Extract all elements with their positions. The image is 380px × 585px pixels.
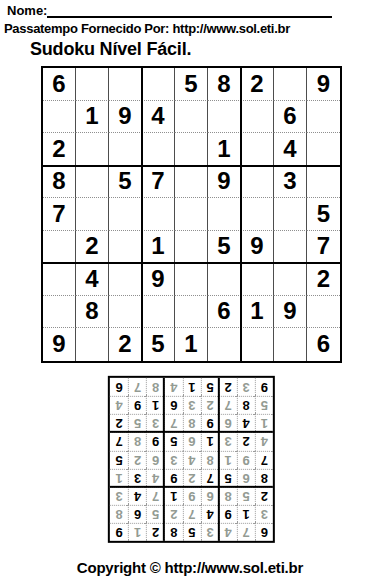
puzzle-cell-r2c6[interactable] (208, 101, 241, 134)
puzzle-cell-r5c4[interactable] (142, 198, 175, 231)
puzzle-cell-r7c9: 2 (307, 263, 340, 296)
solution-cell-r4c2: 6 (237, 468, 255, 486)
puzzle-cell-r6c1[interactable] (43, 231, 76, 264)
puzzle-cell-r3c4[interactable] (142, 133, 175, 166)
name-input-line[interactable] (47, 1, 332, 18)
puzzle-cell-r3c5[interactable] (175, 133, 208, 166)
puzzle-cell-r3c6: 1 (208, 133, 241, 166)
name-row: Nome: (7, 1, 332, 18)
box-divider-vertical (141, 68, 143, 361)
copyright-text: Copyright © http://www.sol.eti.br (0, 559, 380, 576)
puzzle-cell-r5c5[interactable] (175, 198, 208, 231)
solution-cell-r8c1: 5 (255, 396, 273, 414)
puzzle-cell-r8c4[interactable] (142, 296, 175, 329)
puzzle-cell-r5c1: 7 (43, 198, 76, 231)
puzzle-cell-r6c5[interactable] (175, 231, 208, 264)
puzzle-cell-r1c3[interactable] (109, 68, 142, 101)
solution-cell-r7c4: 9 (200, 414, 218, 432)
solution-board: 6743582193194725682586917438657294317918… (108, 376, 275, 543)
solution-cell-r6c3: 3 (219, 432, 237, 450)
solution-cell-r1c8: 1 (128, 523, 146, 541)
solution-cell-r1c3: 4 (219, 523, 237, 541)
solution-cell-r2c1: 3 (255, 505, 273, 523)
box-divider-horizontal (110, 486, 273, 488)
puzzle-cell-r4c7[interactable] (241, 166, 274, 199)
puzzle-cell-r9c3: 2 (109, 328, 142, 361)
puzzle-cell-r3c1: 2 (43, 133, 76, 166)
solution-cell-r4c9: 1 (110, 468, 128, 486)
puzzle-cell-r5c6[interactable] (208, 198, 241, 231)
solution-cell-r5c1: 7 (255, 450, 273, 468)
solution-cell-r4c4: 7 (200, 468, 218, 486)
puzzle-cell-r2c8: 6 (274, 101, 307, 134)
puzzle-cell-r1c8[interactable] (274, 68, 307, 101)
box-divider-horizontal (43, 262, 340, 264)
puzzle-cell-r9c9: 6 (307, 328, 340, 361)
puzzle-cell-r5c3[interactable] (109, 198, 142, 231)
solution-cell-r5c7: 6 (146, 450, 164, 468)
solution-cell-r6c2: 2 (237, 432, 255, 450)
puzzle-cell-r7c7[interactable] (241, 263, 274, 296)
solution-cell-r7c2: 4 (237, 414, 255, 432)
solution-cell-r9c7: 8 (146, 378, 164, 396)
puzzle-cell-r1c6: 8 (208, 68, 241, 101)
puzzle-cell-r2c7[interactable] (241, 101, 274, 134)
solution-cell-r9c9: 6 (110, 378, 128, 396)
solution-cell-r7c1: 1 (255, 414, 273, 432)
solution-cell-r3c3: 8 (219, 487, 237, 505)
puzzle-cell-r3c8: 4 (274, 133, 307, 166)
solution-cell-r7c6: 7 (164, 414, 182, 432)
solution-cell-r5c9: 5 (110, 450, 128, 468)
puzzle-cell-r9c8[interactable] (274, 328, 307, 361)
puzzle-cell-r1c4[interactable] (142, 68, 175, 101)
box-divider-vertical (163, 378, 165, 541)
solution-cell-r6c5: 6 (182, 432, 200, 450)
solution-cell-r7c8: 5 (128, 414, 146, 432)
puzzle-cell-r3c7[interactable] (241, 133, 274, 166)
puzzle-board: 658291946214857937521597492861992516 (41, 66, 342, 363)
solution-cell-r4c3: 5 (219, 468, 237, 486)
solution-cell-r3c7: 7 (146, 487, 164, 505)
puzzle-cell-r9c6[interactable] (208, 328, 241, 361)
solution-cell-r7c3: 6 (219, 414, 237, 432)
solution-cell-r8c5: 3 (182, 396, 200, 414)
solution-cell-r1c9: 9 (110, 523, 128, 541)
solution-cell-r2c4: 4 (200, 505, 218, 523)
puzzle-cell-r7c4: 9 (142, 263, 175, 296)
solution-cell-r4c6: 9 (164, 468, 182, 486)
puzzle-cell-r4c8: 3 (274, 166, 307, 199)
puzzle-cell-r6c8[interactable] (274, 231, 307, 264)
solution-cell-r6c7: 9 (146, 432, 164, 450)
solution-cell-r8c9: 4 (110, 396, 128, 414)
solution-cell-r4c8: 3 (128, 468, 146, 486)
puzzle-cell-r6c6: 5 (208, 231, 241, 264)
solution-cell-r8c8: 9 (128, 396, 146, 414)
solution-cell-r5c5: 4 (182, 450, 200, 468)
box-divider-horizontal (43, 165, 340, 167)
puzzle-cell-r7c1[interactable] (43, 263, 76, 296)
solution-cell-r3c2: 5 (237, 487, 255, 505)
solution-cell-r7c9: 2 (110, 414, 128, 432)
solution-cell-r8c3: 7 (219, 396, 237, 414)
puzzle-cell-r4c9[interactable] (307, 166, 340, 199)
puzzle-cell-r2c3: 9 (109, 101, 142, 134)
solution-cell-r6c9: 7 (110, 432, 128, 450)
puzzle-cell-r6c9: 7 (307, 231, 340, 264)
solution-cell-r6c1: 4 (255, 432, 273, 450)
solution-cell-r4c5: 2 (182, 468, 200, 486)
puzzle-cell-r1c5: 5 (175, 68, 208, 101)
puzzle-cell-r2c4: 4 (142, 101, 175, 134)
solution-cell-r6c6: 5 (164, 432, 182, 450)
page-title: Sudoku Nível Fácil. (30, 39, 191, 60)
puzzle-cell-r6c4: 1 (142, 231, 175, 264)
solution-cell-r5c6: 3 (164, 450, 182, 468)
puzzle-cell-r8c6: 6 (208, 296, 241, 329)
puzzle-cell-r8c2: 8 (76, 296, 109, 329)
provided-by-text: Passatempo Fornecido Por: http://www.sol… (4, 21, 290, 36)
puzzle-cell-r9c4: 5 (142, 328, 175, 361)
solution-cell-r1c5: 5 (182, 523, 200, 541)
solution-cell-r2c9: 8 (110, 505, 128, 523)
puzzle-cell-r9c5: 1 (175, 328, 208, 361)
puzzle-cell-r3c2[interactable] (76, 133, 109, 166)
puzzle-cell-r7c6[interactable] (208, 263, 241, 296)
puzzle-cell-r7c8[interactable] (274, 263, 307, 296)
puzzle-cell-r5c7[interactable] (241, 198, 274, 231)
puzzle-cell-r4c3: 5 (109, 166, 142, 199)
puzzle-cell-r1c9: 9 (307, 68, 340, 101)
puzzle-cell-r7c3[interactable] (109, 263, 142, 296)
puzzle-cell-r1c7: 2 (241, 68, 274, 101)
solution-cell-r3c8: 4 (128, 487, 146, 505)
solution-cell-r5c4: 8 (200, 450, 218, 468)
solution-cell-r2c2: 1 (237, 505, 255, 523)
name-label: Nome: (7, 3, 47, 18)
solution-cell-r8c4: 2 (200, 396, 218, 414)
puzzle-cell-r5c8[interactable] (274, 198, 307, 231)
puzzle-cell-r1c1: 6 (43, 68, 76, 101)
puzzle-cell-r8c5[interactable] (175, 296, 208, 329)
solution-cell-r4c1: 8 (255, 468, 273, 486)
puzzle-cell-r5c2[interactable] (76, 198, 109, 231)
solution-cell-r9c2: 3 (237, 378, 255, 396)
solution-cell-r1c1: 6 (255, 523, 273, 541)
box-divider-vertical (240, 68, 242, 361)
puzzle-cell-r2c1[interactable] (43, 101, 76, 134)
solution-cell-r2c6: 2 (164, 505, 182, 523)
puzzle-cell-r9c1: 9 (43, 328, 76, 361)
puzzle-cell-r4c2[interactable] (76, 166, 109, 199)
solution-cell-r9c1: 9 (255, 378, 273, 396)
puzzle-cell-r4c5[interactable] (175, 166, 208, 199)
puzzle-cell-r7c5[interactable] (175, 263, 208, 296)
solution-cell-r5c3: 1 (219, 450, 237, 468)
puzzle-cell-r2c9[interactable] (307, 101, 340, 134)
solution-cell-r2c7: 5 (146, 505, 164, 523)
puzzle-cell-r2c5[interactable] (175, 101, 208, 134)
solution-cell-r6c4: 1 (200, 432, 218, 450)
puzzle-cell-r1c2[interactable] (76, 68, 109, 101)
puzzle-cell-r8c7: 1 (241, 296, 274, 329)
puzzle-cell-r3c9[interactable] (307, 133, 340, 166)
solution-cell-r8c7: 1 (146, 396, 164, 414)
puzzle-cell-r9c2[interactable] (76, 328, 109, 361)
solution-cell-r1c2: 7 (237, 523, 255, 541)
puzzle-cell-r9c7[interactable] (241, 328, 274, 361)
box-divider-vertical (218, 378, 220, 541)
puzzle-cell-r3c3[interactable] (109, 133, 142, 166)
solution-cell-r5c2: 9 (237, 450, 255, 468)
puzzle-cell-r4c1: 8 (43, 166, 76, 199)
solution-cell-r3c6: 1 (164, 487, 182, 505)
solution-cell-r8c6: 6 (164, 396, 182, 414)
solution-cell-r5c8: 2 (128, 450, 146, 468)
solution-cell-r7c7: 3 (146, 414, 164, 432)
solution-cell-r3c9: 3 (110, 487, 128, 505)
solution-cell-r4c7: 4 (146, 468, 164, 486)
solution-cell-r1c6: 8 (164, 523, 182, 541)
puzzle-cell-r4c4: 7 (142, 166, 175, 199)
solution-cell-r3c1: 2 (255, 487, 273, 505)
solution-cell-r9c6: 4 (164, 378, 182, 396)
box-divider-horizontal (110, 431, 273, 433)
solution-cell-r2c3: 9 (219, 505, 237, 523)
solution-cell-r9c3: 2 (219, 378, 237, 396)
puzzle-cell-r4c6: 9 (208, 166, 241, 199)
puzzle-cell-r8c9[interactable] (307, 296, 340, 329)
puzzle-cell-r7c2: 4 (76, 263, 109, 296)
solution-cell-r3c4: 6 (200, 487, 218, 505)
solution-cell-r9c8: 7 (128, 378, 146, 396)
puzzle-cell-r6c3[interactable] (109, 231, 142, 264)
solution-cell-r9c4: 5 (200, 378, 218, 396)
puzzle-cell-r6c7: 9 (241, 231, 274, 264)
puzzle-cell-r8c1[interactable] (43, 296, 76, 329)
solution-cell-r7c5: 8 (182, 414, 200, 432)
puzzle-cell-r2c2: 1 (76, 101, 109, 134)
puzzle-cell-r5c9: 5 (307, 198, 340, 231)
solution-cell-r2c8: 6 (128, 505, 146, 523)
solution-cell-r6c8: 8 (128, 432, 146, 450)
solution-cell-r3c5: 9 (182, 487, 200, 505)
solution-cell-r1c4: 3 (200, 523, 218, 541)
puzzle-cell-r6c2: 2 (76, 231, 109, 264)
puzzle-cell-r8c8: 9 (274, 296, 307, 329)
solution-cell-r9c5: 1 (182, 378, 200, 396)
solution-cell-r8c2: 8 (237, 396, 255, 414)
solution-cell-r1c7: 2 (146, 523, 164, 541)
solution-cell-r2c5: 7 (182, 505, 200, 523)
puzzle-cell-r8c3[interactable] (109, 296, 142, 329)
